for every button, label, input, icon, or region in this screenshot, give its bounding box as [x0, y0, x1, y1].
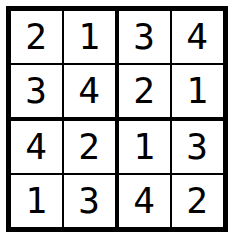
cell-r1c2[interactable]: 1 — [64, 11, 115, 63]
sudoku-page: 2 1 3 4 3 4 2 1 4 2 1 3 1 3 4 2 — [0, 0, 233, 237]
cell-r2c3[interactable]: 2 — [119, 65, 170, 117]
cell-r2c2[interactable]: 4 — [64, 65, 115, 117]
box-top-right: 3 4 2 1 — [119, 11, 223, 117]
sudoku-board: 2 1 3 4 3 4 2 1 4 2 1 3 1 3 4 2 — [6, 6, 228, 232]
cell-r1c3[interactable]: 3 — [119, 11, 170, 63]
cell-r1c4[interactable]: 4 — [172, 11, 223, 63]
cell-r4c4[interactable]: 2 — [172, 175, 223, 227]
cell-r3c3[interactable]: 1 — [119, 121, 170, 173]
cell-r4c1[interactable]: 1 — [11, 175, 62, 227]
cell-r3c2[interactable]: 2 — [64, 121, 115, 173]
cell-r2c4[interactable]: 1 — [172, 65, 223, 117]
cell-r4c3[interactable]: 4 — [119, 175, 170, 227]
cell-r4c2[interactable]: 3 — [64, 175, 115, 227]
box-bottom-left: 4 2 1 3 — [11, 121, 115, 227]
cell-r1c1[interactable]: 2 — [11, 11, 62, 63]
box-bottom-right: 1 3 4 2 — [119, 121, 223, 227]
cell-r2c1[interactable]: 3 — [11, 65, 62, 117]
cell-r3c4[interactable]: 3 — [172, 121, 223, 173]
box-top-left: 2 1 3 4 — [11, 11, 115, 117]
cell-r3c1[interactable]: 4 — [11, 121, 62, 173]
